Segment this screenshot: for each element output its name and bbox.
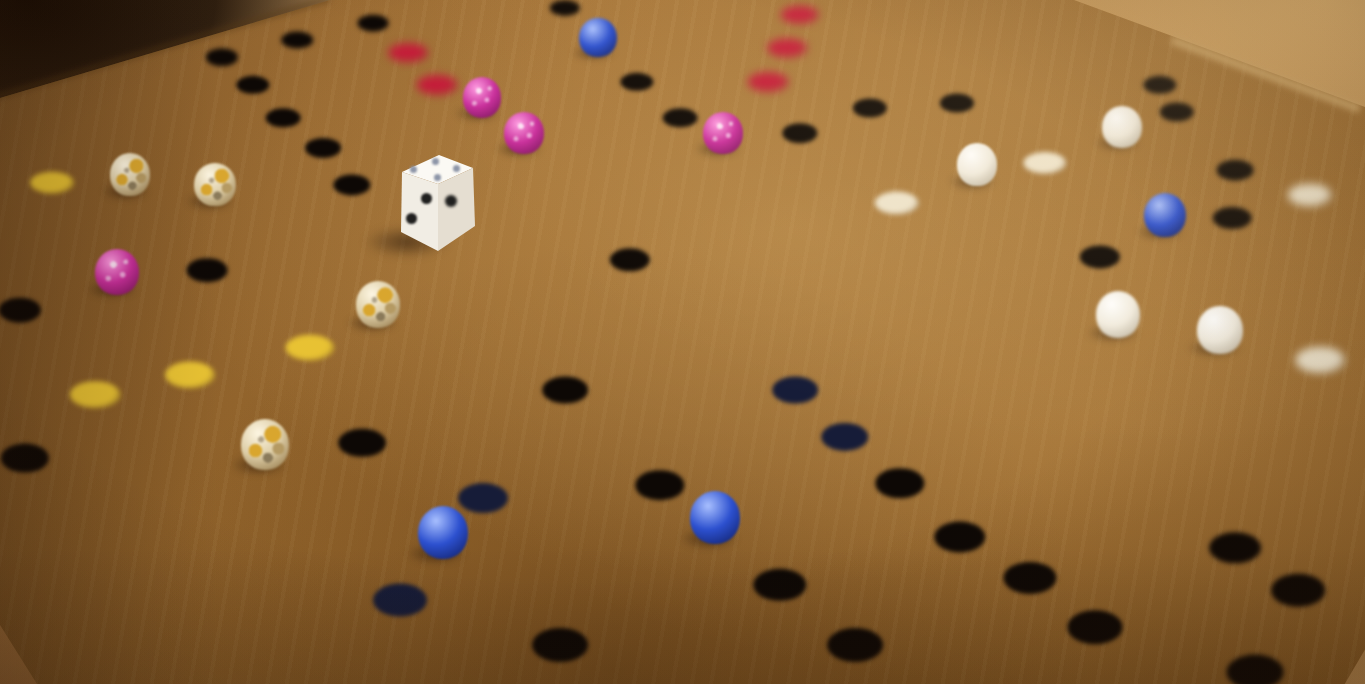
board-hole[interactable] — [1143, 76, 1176, 94]
marble-sphere — [703, 112, 743, 154]
die-pip — [410, 166, 417, 173]
board-hole[interactable] — [853, 98, 887, 117]
painted-dot-red[interactable] — [388, 43, 428, 62]
die-pip — [453, 165, 460, 172]
painted-dot-white[interactable] — [875, 192, 919, 215]
marble-speckle-overlay — [110, 153, 151, 196]
marble-sphere — [95, 249, 139, 295]
marble-sphere — [241, 419, 289, 470]
board-hole[interactable] — [1160, 102, 1194, 121]
board-hole[interactable] — [1217, 160, 1254, 181]
board-photo-scene — [0, 0, 1365, 684]
board-hole[interactable] — [1067, 610, 1122, 644]
marble-sphere — [957, 143, 998, 186]
die-pip — [434, 174, 441, 181]
board-hole[interactable] — [236, 76, 269, 94]
board-hole-navy[interactable] — [772, 377, 818, 404]
marble-speckle-overlay — [356, 281, 401, 328]
board-hole[interactable] — [358, 15, 389, 32]
game-board — [0, 0, 1365, 684]
marble-speckle-overlay — [241, 419, 289, 470]
board-hole[interactable] — [187, 258, 228, 282]
board-hole[interactable] — [934, 521, 985, 552]
marble-sphere — [1197, 306, 1242, 354]
marble-sphere — [1096, 291, 1141, 338]
board-hole[interactable] — [753, 569, 806, 601]
marble-sphere — [463, 77, 502, 118]
board-hole[interactable] — [782, 123, 817, 143]
board-hole[interactable] — [1, 444, 49, 473]
marble-sphere — [194, 163, 235, 206]
board-hole-navy[interactable] — [458, 483, 508, 513]
board-hole[interactable] — [663, 108, 698, 127]
board-hole[interactable] — [1003, 562, 1056, 594]
board-hole[interactable] — [305, 138, 341, 158]
board-hole[interactable] — [827, 628, 883, 662]
board-hole-navy[interactable] — [821, 423, 868, 451]
marble-sphere — [690, 491, 741, 544]
painted-dot-white[interactable] — [1023, 152, 1066, 174]
marble-sphere — [504, 112, 544, 154]
painted-dot-yellow[interactable] — [30, 172, 74, 194]
painted-dot-white[interactable] — [1295, 347, 1345, 374]
board-hole[interactable] — [542, 377, 588, 404]
board-hole[interactable] — [338, 429, 386, 457]
die-pip — [445, 195, 457, 207]
board-hole[interactable] — [532, 628, 588, 662]
marble-sphere — [110, 153, 151, 196]
die-pip — [421, 193, 432, 204]
board-hole[interactable] — [550, 0, 580, 16]
board-hole[interactable] — [1213, 207, 1252, 229]
board-hole[interactable] — [635, 470, 684, 500]
board-hole[interactable] — [1080, 245, 1120, 268]
marble-speckle-overlay — [703, 112, 743, 154]
marble-speckle-overlay — [95, 249, 139, 295]
board-hole[interactable] — [1227, 655, 1284, 684]
board-hole[interactable] — [0, 298, 41, 323]
board-hole[interactable] — [620, 73, 653, 91]
painted-dot-yellow[interactable] — [285, 335, 334, 361]
die[interactable] — [393, 150, 481, 254]
marble-speckle-overlay — [504, 112, 544, 154]
painted-dot-red[interactable] — [767, 38, 807, 57]
marble-sphere — [1144, 193, 1186, 237]
marble-speckle-overlay — [463, 77, 502, 118]
board-hole[interactable] — [940, 94, 974, 113]
painted-dot-white[interactable] — [1288, 184, 1332, 207]
marble-sphere — [1102, 106, 1142, 148]
painted-dot-red[interactable] — [781, 6, 819, 24]
board-hole[interactable] — [206, 48, 238, 66]
board-hole[interactable] — [333, 174, 370, 195]
board-hole[interactable] — [875, 468, 924, 498]
marble-sphere — [418, 506, 469, 559]
board-hole[interactable] — [281, 31, 313, 48]
board-hole[interactable] — [266, 108, 301, 127]
marble-sphere — [356, 281, 401, 328]
board-hole-navy[interactable] — [373, 584, 427, 617]
painted-dot-red[interactable] — [748, 72, 789, 92]
painted-dot-red[interactable] — [417, 75, 458, 95]
board-hole[interactable] — [1271, 574, 1325, 607]
board-hole[interactable] — [610, 248, 650, 271]
board-hole[interactable] — [1209, 532, 1261, 563]
die-pip — [406, 213, 417, 224]
die-pip — [432, 158, 439, 165]
marble-speckle-overlay — [194, 163, 235, 206]
painted-dot-yellow[interactable] — [165, 362, 215, 389]
marble-sphere — [579, 18, 616, 57]
painted-dot-yellow[interactable] — [70, 381, 121, 408]
